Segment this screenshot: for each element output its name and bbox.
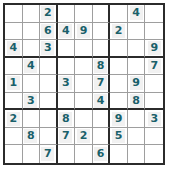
given-digit: 4 xyxy=(7,41,20,55)
sudoku-cell-r2c3: 6 xyxy=(40,23,58,41)
sudoku-cell-r2c6[interactable] xyxy=(93,23,111,41)
sudoku-cell-r5c9[interactable] xyxy=(145,75,163,93)
given-digit: 7 xyxy=(94,76,107,90)
sudoku-cell-r5c5[interactable] xyxy=(75,75,93,93)
sudoku-cell-r8c7: 5 xyxy=(110,128,128,146)
sudoku-cell-r3c1: 4 xyxy=(5,40,23,58)
sudoku-cell-r7c9: 3 xyxy=(145,110,163,128)
sudoku-cell-r1c6[interactable] xyxy=(93,5,111,23)
sudoku-cell-r6c7[interactable] xyxy=(110,93,128,111)
sudoku-cell-r8c2: 8 xyxy=(23,128,41,146)
sudoku-cell-r9c7[interactable] xyxy=(110,145,128,163)
sudoku-cell-r5c6: 7 xyxy=(93,75,111,93)
sudoku-board: 24649243948713793482893872576 xyxy=(3,3,165,165)
given-digit: 9 xyxy=(77,24,90,38)
sudoku-cell-r3c7[interactable] xyxy=(110,40,128,58)
sudoku-cell-r2c4: 4 xyxy=(58,23,76,41)
sudoku-cell-r2c2[interactable] xyxy=(23,23,41,41)
given-digit: 7 xyxy=(148,59,161,73)
given-digit: 7 xyxy=(41,147,54,161)
given-digit: 9 xyxy=(148,41,161,55)
sudoku-cell-r3c3: 3 xyxy=(40,40,58,58)
sudoku-cell-r7c6[interactable] xyxy=(93,110,111,128)
sudoku-cell-r1c7[interactable] xyxy=(110,5,128,23)
given-digit: 2 xyxy=(77,129,90,143)
given-digit: 3 xyxy=(24,94,37,108)
given-digit: 3 xyxy=(148,112,161,126)
sudoku-cell-r6c4[interactable] xyxy=(58,93,76,111)
sudoku-cell-r4c1[interactable] xyxy=(5,58,23,76)
sudoku-cell-r4c5[interactable] xyxy=(75,58,93,76)
sudoku-cell-r2c1[interactable] xyxy=(5,23,23,41)
sudoku-cell-r7c4: 8 xyxy=(58,110,76,128)
given-digit: 9 xyxy=(130,76,143,90)
sudoku-cell-r3c9: 9 xyxy=(145,40,163,58)
sudoku-cell-r6c9[interactable] xyxy=(145,93,163,111)
sudoku-cell-r3c4[interactable] xyxy=(58,40,76,58)
sudoku-cell-r6c1[interactable] xyxy=(5,93,23,111)
sudoku-cell-r2c9[interactable] xyxy=(145,23,163,41)
given-digit: 2 xyxy=(112,24,125,38)
sudoku-cell-r8c6[interactable] xyxy=(93,128,111,146)
given-digit: 8 xyxy=(59,112,72,126)
sudoku-cell-r1c2[interactable] xyxy=(23,5,41,23)
sudoku-cell-r1c5[interactable] xyxy=(75,5,93,23)
given-digit: 9 xyxy=(112,112,125,126)
sudoku-cell-r9c2[interactable] xyxy=(23,145,41,163)
given-digit: 6 xyxy=(41,24,54,38)
given-digit: 4 xyxy=(59,24,72,38)
sudoku-cell-r5c8: 9 xyxy=(128,75,146,93)
sudoku-cell-r9c5[interactable] xyxy=(75,145,93,163)
given-digit: 5 xyxy=(112,129,125,143)
sudoku-cell-r9c6: 6 xyxy=(93,145,111,163)
sudoku-cell-r6c8: 8 xyxy=(128,93,146,111)
sudoku-cell-r1c9[interactable] xyxy=(145,5,163,23)
given-digit: 6 xyxy=(94,147,107,161)
sudoku-cell-r5c3[interactable] xyxy=(40,75,58,93)
given-digit: 8 xyxy=(130,94,143,108)
sudoku-cell-r9c1[interactable] xyxy=(5,145,23,163)
sudoku-cell-r8c1[interactable] xyxy=(5,128,23,146)
sudoku-cell-r4c4[interactable] xyxy=(58,58,76,76)
sudoku-cell-r1c8: 4 xyxy=(128,5,146,23)
sudoku-cell-r3c2[interactable] xyxy=(23,40,41,58)
sudoku-cell-r3c8[interactable] xyxy=(128,40,146,58)
given-digit: 7 xyxy=(59,129,72,143)
sudoku-cell-r3c5[interactable] xyxy=(75,40,93,58)
sudoku-cell-r4c3[interactable] xyxy=(40,58,58,76)
sudoku-cell-r7c7: 9 xyxy=(110,110,128,128)
sudoku-cell-r1c3: 2 xyxy=(40,5,58,23)
sudoku-cell-r2c8[interactable] xyxy=(128,23,146,41)
given-digit: 8 xyxy=(24,129,37,143)
sudoku-cell-r4c7[interactable] xyxy=(110,58,128,76)
sudoku-cell-r9c8[interactable] xyxy=(128,145,146,163)
sudoku-cell-r8c9[interactable] xyxy=(145,128,163,146)
sudoku-cell-r2c7: 2 xyxy=(110,23,128,41)
given-digit: 2 xyxy=(41,6,54,20)
sudoku-cell-r7c5[interactable] xyxy=(75,110,93,128)
sudoku-cell-r6c3[interactable] xyxy=(40,93,58,111)
sudoku-cell-r4c2: 4 xyxy=(23,58,41,76)
given-digit: 4 xyxy=(130,6,143,20)
sudoku-cell-r8c8[interactable] xyxy=(128,128,146,146)
sudoku-cell-r1c1[interactable] xyxy=(5,5,23,23)
sudoku-cell-r4c8[interactable] xyxy=(128,58,146,76)
sudoku-cell-r8c5: 2 xyxy=(75,128,93,146)
given-digit: 3 xyxy=(41,41,54,55)
sudoku-cell-r6c2: 3 xyxy=(23,93,41,111)
sudoku-cell-r7c2[interactable] xyxy=(23,110,41,128)
given-digit: 3 xyxy=(59,76,72,90)
sudoku-cell-r5c4: 3 xyxy=(58,75,76,93)
given-digit: 8 xyxy=(94,59,107,73)
sudoku-cell-r6c6: 4 xyxy=(93,93,111,111)
sudoku-cell-r4c9: 7 xyxy=(145,58,163,76)
sudoku-cell-r7c1: 2 xyxy=(5,110,23,128)
sudoku-cell-r9c4[interactable] xyxy=(58,145,76,163)
sudoku-cell-r5c1: 1 xyxy=(5,75,23,93)
given-digit: 4 xyxy=(94,94,107,108)
sudoku-cell-r7c8[interactable] xyxy=(128,110,146,128)
sudoku-cell-r1c4[interactable] xyxy=(58,5,76,23)
given-digit: 4 xyxy=(24,59,37,73)
sudoku-cell-r5c2[interactable] xyxy=(23,75,41,93)
sudoku-cell-r9c3: 7 xyxy=(40,145,58,163)
given-digit: 2 xyxy=(7,112,20,126)
sudoku-cell-r8c4: 7 xyxy=(58,128,76,146)
given-digit: 1 xyxy=(7,76,20,90)
sudoku-cell-r5c7[interactable] xyxy=(110,75,128,93)
sudoku-cell-r4c6: 8 xyxy=(93,58,111,76)
sudoku-cell-r8c3[interactable] xyxy=(40,128,58,146)
sudoku-page: 24649243948713793482893872576 xyxy=(0,0,170,170)
sudoku-cell-r2c5: 9 xyxy=(75,23,93,41)
sudoku-cell-r3c6[interactable] xyxy=(93,40,111,58)
sudoku-cell-r6c5[interactable] xyxy=(75,93,93,111)
sudoku-cell-r7c3[interactable] xyxy=(40,110,58,128)
sudoku-cell-r9c9[interactable] xyxy=(145,145,163,163)
